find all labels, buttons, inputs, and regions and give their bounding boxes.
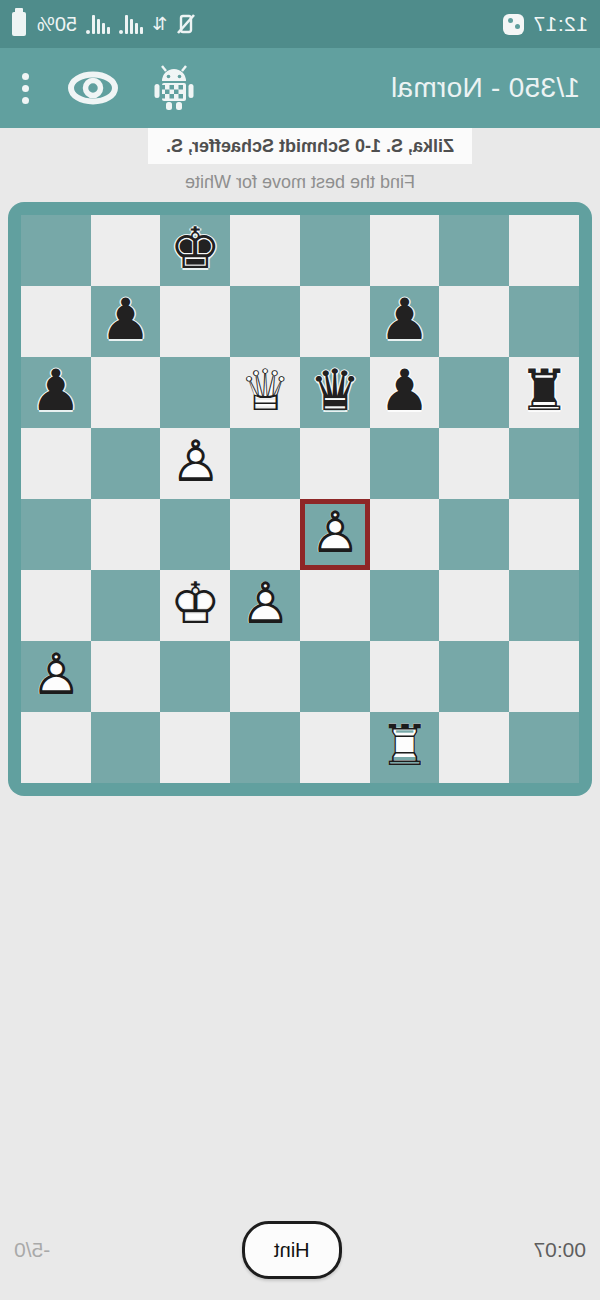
data-updown-icon: ⇅ (152, 14, 167, 34)
vibrate-off-icon (176, 13, 196, 35)
hint-button-label: Hint (274, 1239, 310, 1262)
board-square-d1[interactable] (300, 712, 370, 783)
signal-icon (119, 14, 143, 34)
board-square-b5[interactable] (440, 428, 510, 499)
board-square-h5[interactable] (21, 428, 91, 499)
app-bar: 1/350 - Normal (0, 48, 600, 128)
board-square-h3[interactable] (21, 570, 91, 641)
black-queen: ♛ (300, 357, 370, 428)
overflow-menu-icon[interactable] (18, 69, 33, 108)
board-square-g5[interactable] (91, 428, 161, 499)
black-rook: ♜ (509, 357, 579, 428)
board-square-a2[interactable] (509, 641, 579, 712)
board-square-d7[interactable] (300, 286, 370, 357)
board-square-e3[interactable]: ♟♙ (230, 570, 300, 641)
board-square-h4[interactable] (21, 499, 91, 570)
board-square-e6[interactable]: ♛♕ (230, 357, 300, 428)
board-square-b8[interactable] (440, 215, 510, 286)
score-text: -5/0 (14, 1238, 50, 1262)
app-screen: 12:17 ⇅ 50% 1/350 - Normal (0, 0, 600, 1300)
hint-button[interactable]: Hint (242, 1221, 342, 1279)
board-square-e8[interactable] (230, 215, 300, 286)
board-square-h2[interactable]: ♟♙ (21, 641, 91, 712)
notification-icon (503, 14, 524, 35)
board-square-f1[interactable] (161, 712, 231, 783)
chess-board-frame: ♚♟♟♜♟♛♛♕♟♟♙♟♙♟♙♚♔♟♙♜♖ (8, 202, 592, 796)
board-square-b2[interactable] (440, 641, 510, 712)
white-rook: ♜♖ (370, 712, 440, 783)
board-square-c6[interactable]: ♟ (370, 357, 440, 428)
board-square-a3[interactable] (509, 570, 579, 641)
game-header-bar: Zilka, S. 1-0 Schmidt Schaeffer, S. (148, 128, 472, 164)
board-square-b4[interactable] (440, 499, 510, 570)
white-pawn: ♟♙ (230, 570, 300, 641)
board-square-a8[interactable] (509, 215, 579, 286)
board-square-c3[interactable] (370, 570, 440, 641)
instruction-text: Find the best move for White (0, 164, 600, 200)
clock: 12:17 (533, 12, 588, 36)
board-square-a4[interactable] (509, 499, 579, 570)
board-square-g8[interactable] (91, 215, 161, 286)
board-square-h1[interactable] (21, 712, 91, 783)
board-square-c8[interactable] (370, 215, 440, 286)
board-square-f4[interactable] (161, 499, 231, 570)
board-square-b1[interactable] (440, 712, 510, 783)
board-square-f2[interactable] (161, 641, 231, 712)
board-square-b7[interactable] (440, 286, 510, 357)
board-square-e7[interactable] (230, 286, 300, 357)
engine-robot-icon[interactable] (153, 65, 195, 111)
board-square-d8[interactable] (300, 215, 370, 286)
white-queen: ♛♕ (230, 357, 300, 428)
board-square-f5[interactable]: ♟♙ (161, 428, 231, 499)
board-square-h6[interactable]: ♟ (21, 357, 91, 428)
board-square-g4[interactable] (91, 499, 161, 570)
board-square-g1[interactable] (91, 712, 161, 783)
board-square-c1[interactable]: ♜♖ (370, 712, 440, 783)
bottom-bar: 00:07 Hint -5/0 (0, 1208, 600, 1300)
white-pawn: ♟♙ (300, 499, 370, 570)
elapsed-timer: 00:07 (533, 1238, 586, 1262)
board-square-g7[interactable]: ♟ (91, 286, 161, 357)
board-square-d2[interactable] (300, 641, 370, 712)
board-square-h8[interactable] (21, 215, 91, 286)
black-pawn: ♟ (370, 286, 440, 357)
eye-icon[interactable] (67, 70, 119, 106)
board-square-c4[interactable] (370, 499, 440, 570)
board-square-c7[interactable]: ♟ (370, 286, 440, 357)
battery-percent: 50% (37, 13, 77, 36)
board-square-h7[interactable] (21, 286, 91, 357)
board-square-b3[interactable] (440, 570, 510, 641)
board-square-e1[interactable] (230, 712, 300, 783)
board-square-d5[interactable] (300, 428, 370, 499)
content-spacer (0, 796, 600, 1208)
board-square-b6[interactable] (440, 357, 510, 428)
board-square-g2[interactable] (91, 641, 161, 712)
white-pawn: ♟♙ (21, 641, 91, 712)
white-king: ♚♔ (161, 570, 231, 641)
black-king: ♚ (161, 215, 231, 286)
board-square-g3[interactable] (91, 570, 161, 641)
board-square-d3[interactable] (300, 570, 370, 641)
board-square-f8[interactable]: ♚ (161, 215, 231, 286)
black-pawn: ♟ (91, 286, 161, 357)
page-title: 1/350 - Normal (195, 72, 580, 104)
board-square-c5[interactable] (370, 428, 440, 499)
board-square-a7[interactable] (509, 286, 579, 357)
board-square-f6[interactable] (161, 357, 231, 428)
board-square-d6[interactable]: ♛ (300, 357, 370, 428)
board-square-c2[interactable] (370, 641, 440, 712)
puzzle-info: Zilka, S. 1-0 Schmidt Schaeffer, S. Find… (0, 128, 600, 200)
black-pawn: ♟ (370, 357, 440, 428)
board-square-a6[interactable]: ♜ (509, 357, 579, 428)
board-square-e5[interactable] (230, 428, 300, 499)
board-square-g6[interactable] (91, 357, 161, 428)
board-square-e2[interactable] (230, 641, 300, 712)
signal-icon (86, 14, 110, 34)
board-square-a5[interactable] (509, 428, 579, 499)
board-square-f3[interactable]: ♚♔ (161, 570, 231, 641)
board-square-f7[interactable] (161, 286, 231, 357)
game-header-text: Zilka, S. 1-0 Schmidt Schaeffer, S. (166, 136, 454, 157)
board-square-a1[interactable] (509, 712, 579, 783)
status-bar: 12:17 ⇅ 50% (0, 0, 600, 48)
board-square-e4[interactable] (230, 499, 300, 570)
white-pawn: ♟♙ (161, 428, 231, 499)
black-pawn: ♟ (21, 357, 91, 428)
board-square-d4[interactable]: ♟♙ (300, 499, 370, 570)
battery-icon (12, 12, 26, 36)
chess-board: ♚♟♟♜♟♛♛♕♟♟♙♟♙♟♙♚♔♟♙♜♖ (21, 215, 579, 783)
